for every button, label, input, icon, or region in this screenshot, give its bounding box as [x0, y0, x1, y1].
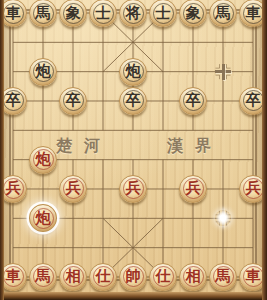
- piece-glyph: 卒: [6, 93, 21, 108]
- piece-glyph: 馬: [216, 5, 231, 20]
- piece-glyph: 将: [126, 5, 141, 20]
- piece-red-elephant[interactable]: 相: [59, 263, 87, 291]
- piece-black-general[interactable]: 将: [119, 0, 147, 27]
- piece-black-cannon[interactable]: 炮: [29, 58, 57, 86]
- piece-black-cannon[interactable]: 炮: [119, 58, 147, 86]
- piece-glyph: 炮: [36, 64, 51, 79]
- piece-glyph: 車: [6, 269, 21, 284]
- piece-glyph: 馬: [36, 5, 51, 20]
- piece-glyph: 車: [246, 269, 261, 284]
- piece-red-soldier[interactable]: 兵: [0, 175, 27, 203]
- piece-glyph: 卒: [126, 93, 141, 108]
- piece-black-advisor[interactable]: 士: [149, 0, 177, 27]
- board-grid[interactable]: 車馬象士将士象馬車炮炮卒卒卒卒卒炮兵兵兵兵兵炮車馬相仕帥仕相馬車: [0, 0, 267, 292]
- piece-glyph: 帥: [126, 269, 141, 284]
- piece-red-soldier[interactable]: 兵: [119, 175, 147, 203]
- piece-glyph: 車: [6, 5, 21, 20]
- piece-glyph: 卒: [186, 93, 201, 108]
- piece-red-horse[interactable]: 馬: [29, 263, 57, 291]
- board-frame-bottom: [0, 292, 267, 300]
- piece-red-general[interactable]: 帥: [119, 263, 147, 291]
- piece-black-advisor[interactable]: 士: [89, 0, 117, 27]
- xiangqi-board[interactable]: 楚河 漢界 車馬象士将士象馬車炮炮卒卒卒卒卒炮兵兵兵兵兵炮車馬相仕帥仕相馬車: [0, 0, 267, 300]
- piece-black-elephant[interactable]: 象: [59, 0, 87, 27]
- piece-black-chariot[interactable]: 車: [0, 0, 27, 27]
- piece-glyph: 馬: [216, 269, 231, 284]
- board-frame-left: [0, 0, 4, 300]
- piece-glyph: 相: [66, 269, 81, 284]
- piece-red-advisor[interactable]: 仕: [89, 263, 117, 291]
- piece-glyph: 象: [66, 5, 81, 20]
- piece-red-advisor[interactable]: 仕: [149, 263, 177, 291]
- piece-red-cannon[interactable]: 炮: [29, 146, 57, 174]
- piece-glyph: 仕: [96, 269, 111, 284]
- piece-glyph: 車: [246, 5, 261, 20]
- piece-glyph: 兵: [126, 181, 141, 196]
- piece-glyph: 炮: [126, 64, 141, 79]
- piece-glyph: 馬: [36, 269, 51, 284]
- piece-red-chariot[interactable]: 車: [0, 263, 27, 291]
- piece-glyph: 士: [96, 5, 111, 20]
- piece-red-soldier[interactable]: 兵: [179, 175, 207, 203]
- piece-black-soldier[interactable]: 卒: [119, 87, 147, 115]
- piece-red-soldier[interactable]: 兵: [59, 175, 87, 203]
- piece-glyph: 士: [156, 5, 171, 20]
- piece-black-horse[interactable]: 馬: [29, 0, 57, 27]
- piece-glyph: 兵: [246, 181, 261, 196]
- piece-black-soldier[interactable]: 卒: [0, 87, 27, 115]
- piece-glyph: 相: [186, 269, 201, 284]
- piece-glyph: 炮: [36, 152, 51, 167]
- piece-glyph: 象: [186, 5, 201, 20]
- piece-red-elephant[interactable]: 相: [179, 263, 207, 291]
- piece-glyph: 卒: [246, 93, 261, 108]
- last-move-cross-marker: [212, 61, 234, 83]
- piece-glyph: 兵: [186, 181, 201, 196]
- piece-black-horse[interactable]: 馬: [209, 0, 237, 27]
- last-move-sparkle-marker: [212, 207, 234, 229]
- piece-glyph: 仕: [156, 269, 171, 284]
- piece-black-elephant[interactable]: 象: [179, 0, 207, 27]
- board-frame-right: [262, 0, 267, 300]
- piece-glyph: 兵: [66, 181, 81, 196]
- piece-red-cannon[interactable]: 炮: [29, 204, 57, 232]
- piece-glyph: 卒: [66, 93, 81, 108]
- piece-red-horse[interactable]: 馬: [209, 263, 237, 291]
- piece-glyph: 炮: [36, 210, 51, 225]
- piece-black-soldier[interactable]: 卒: [59, 87, 87, 115]
- piece-black-soldier[interactable]: 卒: [179, 87, 207, 115]
- piece-glyph: 兵: [6, 181, 21, 196]
